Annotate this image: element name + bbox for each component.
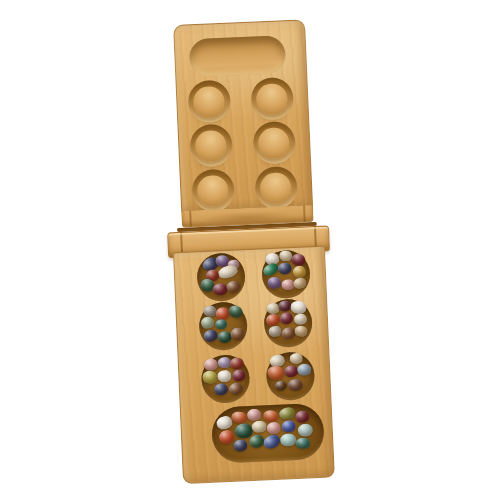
pit-top-4[interactable]: [252, 121, 296, 165]
gemstone: [266, 314, 281, 327]
pit-bottom-1[interactable]: [196, 252, 246, 302]
gemstone: [230, 357, 245, 370]
gemstone: [275, 380, 287, 391]
gemstone: [226, 279, 242, 293]
gemstone: [202, 328, 218, 343]
gemstone: [295, 410, 310, 423]
gemstone: [217, 370, 232, 383]
gemstone: [212, 283, 227, 295]
gemstone: [268, 326, 281, 338]
gemstone: [278, 406, 296, 421]
pit-bottom-2[interactable]: [261, 249, 311, 299]
gemstone: [203, 305, 216, 317]
gemstone: [230, 327, 245, 341]
gemstone: [294, 325, 308, 338]
gemstone: [202, 370, 219, 385]
gemstone: [293, 265, 307, 278]
mancala-board: [158, 19, 338, 486]
gemstone: [215, 319, 227, 330]
gemstone: [281, 420, 296, 433]
gemstone: [266, 365, 285, 381]
gemstone: [297, 363, 312, 376]
gemstone: [288, 379, 304, 392]
gemstone: [232, 369, 246, 382]
gemstone: [262, 409, 279, 424]
gemstone: [284, 365, 299, 378]
top-leaf: [173, 19, 313, 213]
bottom-leaf: [173, 246, 335, 484]
gemstone: [290, 300, 308, 315]
product-photo-canvas: [0, 0, 500, 500]
gemstone: [204, 358, 219, 371]
gemstone: [280, 433, 297, 447]
bottom-store: [211, 403, 325, 464]
gemstone: [201, 317, 215, 330]
pit-top-5[interactable]: [191, 169, 235, 213]
pit-top-2[interactable]: [250, 77, 294, 121]
gemstone: [219, 430, 235, 445]
pit-bottom-3[interactable]: [198, 301, 248, 351]
pit-top-6[interactable]: [254, 166, 298, 210]
gemstone: [233, 439, 248, 452]
pit-bottom-5[interactable]: [200, 354, 250, 404]
gemstone: [298, 423, 314, 437]
gemstone: [267, 276, 282, 290]
gemstone: [227, 304, 244, 320]
pit-bottom-4[interactable]: [263, 298, 313, 348]
gemstone: [280, 312, 294, 325]
gemstone: [261, 432, 282, 451]
gemstone: [228, 381, 244, 396]
gemstone: [214, 383, 229, 396]
top-store: [189, 35, 287, 77]
gemstone: [251, 420, 267, 433]
pit-top-3[interactable]: [189, 124, 233, 168]
pit-top-1[interactable]: [188, 80, 232, 124]
gemstone: [277, 262, 292, 275]
gemstone: [247, 409, 262, 422]
gemstone: [295, 437, 310, 449]
gemstone: [294, 313, 307, 325]
pit-bottom-6[interactable]: [265, 351, 315, 401]
gemstone: [292, 276, 307, 290]
gemstone: [289, 353, 302, 365]
gemstone: [266, 422, 281, 435]
